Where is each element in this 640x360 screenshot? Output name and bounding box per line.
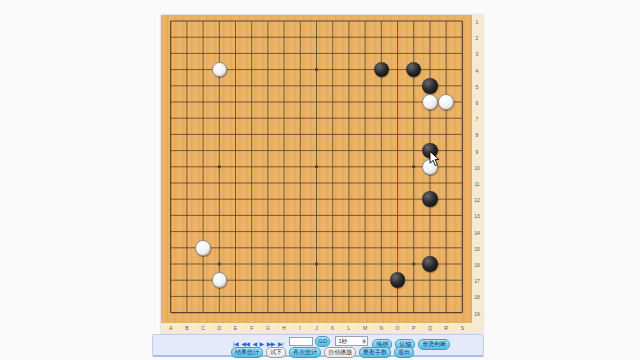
column-label-P: P [412,326,415,331]
white-stone-R6 [438,94,454,110]
row-label-7: 7 [476,117,479,122]
column-label-I: I [300,326,301,331]
exit-button[interactable]: 退出 [394,347,414,358]
black-stone-Q12 [422,191,438,207]
column-label-M: M [363,326,367,331]
estimate-button[interactable]: 形势判断 [418,339,450,350]
interval-select[interactable]: 1秒 ▾ [335,336,368,346]
column-label-S: S [461,326,464,331]
autoplay-button[interactable]: 自动播放 [324,347,356,358]
column-label-B: B [185,326,188,331]
mouse-cursor-icon [429,151,440,167]
column-label-D: D [217,326,221,331]
row-label-12: 12 [474,198,480,203]
row-label-8: 8 [476,133,479,138]
row-label-17: 17 [474,279,480,284]
toolbar: |◀◀◀◀▶▶▶▶| GO 1秒 ▾ 悔棋认输形势判断 结果统计试下再次统计自动… [152,334,484,357]
column-label-G: G [266,326,270,331]
row-label-14: 14 [474,230,480,235]
row-label-4: 4 [476,68,479,73]
row-label-13: 13 [474,214,480,219]
row-label-5: 5 [476,84,479,89]
move-numbers-button[interactable]: 重看手数 [359,347,391,358]
white-stone-Q6 [422,94,438,110]
row-label-19: 19 [474,311,480,316]
row-label-18: 18 [474,295,480,300]
interval-select-value: 1秒 [338,338,347,345]
row-label-3: 3 [476,52,479,57]
recount-button[interactable]: 再次统计 [289,347,321,358]
column-label-H: H [282,326,286,331]
column-label-Q: Q [428,326,432,331]
row-label-15: 15 [474,246,480,251]
go-board[interactable]: 12345678910111213141516171819 ABCDEFGHIJ… [161,15,483,333]
go-button[interactable]: GO [315,336,330,347]
black-stone-Q16 [422,256,438,272]
row-label-16: 16 [474,263,480,268]
row-label-10: 10 [474,165,480,170]
row-label-9: 9 [476,149,479,154]
black-stone-Q5 [422,78,438,94]
column-label-F: F [250,326,253,331]
column-label-O: O [396,326,400,331]
column-label-L: L [348,326,351,331]
black-stone-O17 [390,272,406,288]
column-label-N: N [379,326,383,331]
row-label-1: 1 [476,20,479,25]
board-wood [161,15,472,323]
toolbar-row-1: |◀◀◀◀▶▶▶▶| GO 1秒 ▾ 悔棋认输形势判断 [233,336,453,346]
column-label-A: A [169,326,172,331]
move-number-input[interactable] [289,337,313,346]
row-label-2: 2 [476,36,479,41]
row-label-6: 6 [476,101,479,106]
chevron-down-icon: ▾ [362,338,367,344]
white-stone-D17 [212,272,228,288]
row-label-11: 11 [474,182,479,187]
try-move-button[interactable]: 试下 [266,347,286,358]
column-label-C: C [201,326,205,331]
column-label-E: E [234,326,237,331]
column-label-R: R [444,326,448,331]
column-label-K: K [331,326,334,331]
white-stone-C15 [195,240,211,256]
toolbar-row-2: 结果统计试下再次统计自动播放重看手数退出 [231,347,417,357]
result-stats-button[interactable]: 结果统计 [231,347,263,358]
column-label-J: J [315,326,318,331]
